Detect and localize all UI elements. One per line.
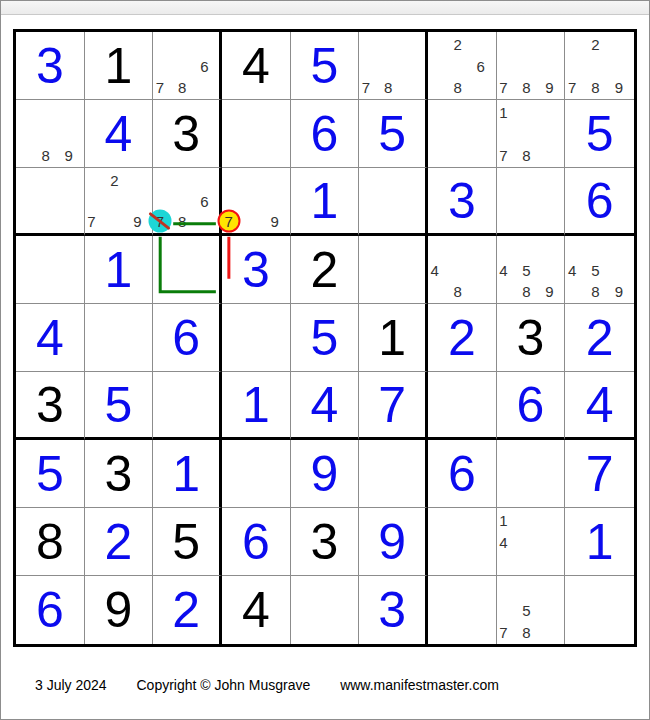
cell-r1c6[interactable]: 78 xyxy=(359,32,428,100)
cell-r9c3[interactable]: 2 xyxy=(153,576,222,644)
candidate-digit: 2 xyxy=(454,37,462,52)
candidate-digit: 7 xyxy=(499,624,507,639)
cell-r2c1[interactable]: 89 xyxy=(16,100,85,168)
candidate-digit: 7 xyxy=(568,79,576,94)
candidate-digit: 7 xyxy=(156,79,164,94)
solved-digit: 9 xyxy=(359,508,425,575)
solved-digit: 5 xyxy=(16,440,84,507)
sudoku-board: 3167845782687892789894365178527967879136… xyxy=(13,29,637,647)
candidate-digit: 4 xyxy=(499,534,507,549)
given-digit: 8 xyxy=(16,508,84,575)
cell-r4c3[interactable] xyxy=(153,236,222,304)
candidate-digit: 7 xyxy=(499,147,507,162)
candidate-digit: 8 xyxy=(454,283,462,298)
cell-r4c7[interactable]: 48 xyxy=(428,236,497,304)
cell-r4c1[interactable] xyxy=(16,236,85,304)
candidate-digit: 5 xyxy=(522,603,530,618)
cell-r3c5[interactable]: 1 xyxy=(291,168,360,236)
solved-digit: 2 xyxy=(428,304,496,371)
candidate-digit: 8 xyxy=(522,147,530,162)
cell-r3c8[interactable] xyxy=(497,168,566,236)
candidate-digit: 7 xyxy=(87,214,95,229)
cell-r6c2[interactable]: 5 xyxy=(85,372,154,440)
candidate-digit: 9 xyxy=(133,214,141,229)
solved-digit: 4 xyxy=(565,372,634,437)
cell-r7c4[interactable] xyxy=(222,440,291,508)
cell-r5c9[interactable]: 2 xyxy=(565,304,634,372)
cell-r9c2[interactable]: 9 xyxy=(85,576,154,644)
cell-r9c4[interactable]: 4 xyxy=(222,576,291,644)
cell-r3c4[interactable]: 79 xyxy=(222,168,291,236)
cell-r7c9[interactable]: 7 xyxy=(565,440,634,508)
cell-r6c8[interactable]: 6 xyxy=(497,372,566,440)
given-digit: 1 xyxy=(85,32,153,99)
cell-r5c7[interactable]: 2 xyxy=(428,304,497,372)
solved-digit: 6 xyxy=(222,508,290,575)
candidate-digit: 6 xyxy=(200,58,208,73)
cell-r4c4[interactable]: 3 xyxy=(222,236,291,304)
cell-r9c5[interactable] xyxy=(291,576,360,644)
solved-digit: 4 xyxy=(16,304,84,371)
candidate-digit: 8 xyxy=(454,79,462,94)
solved-digit: 5 xyxy=(85,372,153,437)
solved-digit: 3 xyxy=(222,236,290,303)
given-digit: 4 xyxy=(222,32,290,99)
cell-r5c5[interactable]: 5 xyxy=(291,304,360,372)
solved-digit: 5 xyxy=(565,100,634,167)
cell-r4c5[interactable]: 2 xyxy=(291,236,360,304)
cell-r2c6[interactable]: 5 xyxy=(359,100,428,168)
cell-r2c9[interactable]: 5 xyxy=(565,100,634,168)
cell-r6c4[interactable]: 1 xyxy=(222,372,291,440)
candidate-digit: 9 xyxy=(615,283,623,298)
given-digit: 4 xyxy=(222,576,290,644)
given-digit: 3 xyxy=(153,100,219,167)
cell-r1c2[interactable]: 1 xyxy=(85,32,154,100)
candidate-digit: 8 xyxy=(178,79,186,94)
cell-r8c7[interactable] xyxy=(428,508,497,576)
solved-digit: 1 xyxy=(222,372,290,437)
eliminated-candidate-circle: 7 xyxy=(148,210,171,233)
cell-r8c6[interactable]: 9 xyxy=(359,508,428,576)
solved-digit: 4 xyxy=(85,100,153,167)
footer-date: 3 July 2024 xyxy=(35,677,107,693)
solved-digit: 1 xyxy=(565,508,634,575)
cell-r7c8[interactable] xyxy=(497,440,566,508)
candidate-digit: 9 xyxy=(545,79,553,94)
cell-r3c6[interactable] xyxy=(359,168,428,236)
candidate-digit: 9 xyxy=(271,214,279,229)
given-digit: 3 xyxy=(16,372,84,437)
candidate-digit: 7 xyxy=(362,79,370,94)
given-digit: 3 xyxy=(291,508,359,575)
cell-r8c5[interactable]: 3 xyxy=(291,508,360,576)
candidate-digit: 4 xyxy=(431,262,439,277)
footer: 3 July 2024 Copyright © John Musgrave ww… xyxy=(35,677,525,693)
candidate-digit: 7 xyxy=(499,79,507,94)
cell-r1c8[interactable]: 789 xyxy=(497,32,566,100)
cell-r1c7[interactable]: 268 xyxy=(428,32,497,100)
cell-r1c4[interactable]: 4 xyxy=(222,32,291,100)
candidate-digit: 6 xyxy=(477,58,485,73)
solved-digit: 1 xyxy=(153,440,219,507)
solved-digit: 5 xyxy=(291,304,359,371)
solved-digit: 1 xyxy=(291,168,359,233)
candidate-digit: 2 xyxy=(110,172,118,187)
cell-r7c3[interactable]: 1 xyxy=(153,440,222,508)
cell-r5c8[interactable]: 3 xyxy=(497,304,566,372)
cell-r6c7[interactable] xyxy=(428,372,497,440)
solved-digit: 6 xyxy=(565,168,634,233)
solved-digit: 3 xyxy=(359,576,425,644)
cell-r7c7[interactable]: 6 xyxy=(428,440,497,508)
candidate-digit: 5 xyxy=(522,262,530,277)
candidate-digit: 8 xyxy=(522,79,530,94)
solved-digit: 6 xyxy=(153,304,219,371)
cell-r8c1[interactable]: 8 xyxy=(16,508,85,576)
cell-r9c7[interactable] xyxy=(428,576,497,644)
cell-r8c2[interactable]: 2 xyxy=(85,508,154,576)
solved-digit: 6 xyxy=(16,576,84,644)
cell-r1c5[interactable]: 5 xyxy=(291,32,360,100)
cell-r8c9[interactable]: 1 xyxy=(565,508,634,576)
solved-digit xyxy=(565,576,634,644)
candidate-digit: 1 xyxy=(499,513,507,528)
cell-r5c1[interactable]: 4 xyxy=(16,304,85,372)
candidate-digit: 2 xyxy=(591,37,599,52)
cell-r5c6[interactable]: 1 xyxy=(359,304,428,372)
candidate-digit: 9 xyxy=(545,283,553,298)
solved-digit: 2 xyxy=(85,508,153,575)
footer-copyright: Copyright © John Musgrave xyxy=(137,677,311,693)
cell-r6c5[interactable]: 4 xyxy=(291,372,360,440)
solved-digit: 4 xyxy=(291,372,359,437)
solved-digit: 3 xyxy=(428,168,496,233)
cell-r7c1[interactable]: 5 xyxy=(16,440,85,508)
cell-r9c1[interactable]: 6 xyxy=(16,576,85,644)
cell-r2c3[interactable]: 3 xyxy=(153,100,222,168)
candidate-digit: 8 xyxy=(42,147,50,162)
cell-r1c1[interactable]: 3 xyxy=(16,32,85,100)
given-digit: 5 xyxy=(153,508,219,575)
cell-r7c6[interactable] xyxy=(359,440,428,508)
solved-digit: 2 xyxy=(565,304,634,371)
solved-digit: 2 xyxy=(153,576,219,644)
given-digit: 3 xyxy=(497,304,565,371)
cell-r6c9[interactable]: 4 xyxy=(565,372,634,440)
candidate-digit: 8 xyxy=(384,79,392,94)
cell-r3c3[interactable]: 678 xyxy=(153,168,222,236)
solved-digit: 6 xyxy=(291,100,359,167)
cell-r8c3[interactable]: 5 xyxy=(153,508,222,576)
cell-r1c9[interactable]: 2789 xyxy=(565,32,634,100)
cell-r1c3[interactable]: 678 xyxy=(153,32,222,100)
cell-r3c9[interactable]: 6 xyxy=(565,168,634,236)
cell-r3c1[interactable] xyxy=(16,168,85,236)
candidate-digit: 8 xyxy=(522,283,530,298)
solved-digit: 7 xyxy=(359,372,425,437)
cell-r5c3[interactable]: 6 xyxy=(153,304,222,372)
cell-r3c7[interactable]: 3 xyxy=(428,168,497,236)
candidate-digit: 8 xyxy=(591,283,599,298)
given-digit: 9 xyxy=(85,576,153,644)
cell-r9c8[interactable]: 578 xyxy=(497,576,566,644)
cell-r7c2[interactable]: 3 xyxy=(85,440,154,508)
cell-r2c7[interactable] xyxy=(428,100,497,168)
candidate-digit: 9 xyxy=(65,147,73,162)
cell-r8c8[interactable]: 14 xyxy=(497,508,566,576)
solved-digit: 9 xyxy=(291,440,359,507)
candidate-digit: 6 xyxy=(200,193,208,208)
cell-r6c6[interactable]: 7 xyxy=(359,372,428,440)
candidate-digit: 9 xyxy=(615,79,623,94)
solved-digit: 5 xyxy=(359,100,425,167)
solved-digit: 6 xyxy=(428,440,496,507)
candidate-digit: 8 xyxy=(522,624,530,639)
candidate-digit: 8 xyxy=(591,79,599,94)
cell-r9c6[interactable]: 3 xyxy=(359,576,428,644)
given-digit: 1 xyxy=(359,304,425,371)
sudoku-grid: 3167845782687892789894365178527967879136… xyxy=(16,32,634,644)
cell-r9c9[interactable] xyxy=(565,576,634,644)
cell-r5c2[interactable] xyxy=(85,304,154,372)
candidate-digit: 8 xyxy=(178,214,186,229)
chain-node-circle: 7 xyxy=(217,210,240,233)
candidate-digit: 5 xyxy=(591,262,599,277)
given-digit: 2 xyxy=(291,236,359,303)
solved-digit: 7 xyxy=(565,440,634,507)
cell-r4c8[interactable]: 4589 xyxy=(497,236,566,304)
cell-r6c3[interactable] xyxy=(153,372,222,440)
solved-digit: 1 xyxy=(85,236,153,303)
cell-r3c2[interactable]: 279 xyxy=(85,168,154,236)
candidate-digit: 1 xyxy=(499,105,507,120)
page: 3167845782687892789894365178527967879136… xyxy=(0,0,650,720)
cell-r7c5[interactable]: 9 xyxy=(291,440,360,508)
solved-digit: 3 xyxy=(16,32,84,99)
cell-r4c2[interactable]: 1 xyxy=(85,236,154,304)
given-digit: 3 xyxy=(85,440,153,507)
cell-r2c2[interactable]: 4 xyxy=(85,100,154,168)
solved-digit: 6 xyxy=(497,372,565,437)
cell-r2c5[interactable]: 6 xyxy=(291,100,360,168)
cell-r5c4[interactable] xyxy=(222,304,291,372)
cell-r4c6[interactable] xyxy=(359,236,428,304)
cell-r2c4[interactable] xyxy=(222,100,291,168)
cell-r6c1[interactable]: 3 xyxy=(16,372,85,440)
cell-r2c8[interactable]: 178 xyxy=(497,100,566,168)
candidate-digit: 4 xyxy=(568,262,576,277)
solved-digit: 5 xyxy=(291,32,359,99)
cell-r4c9[interactable]: 4589 xyxy=(565,236,634,304)
candidate-digit: 4 xyxy=(499,262,507,277)
footer-website[interactable]: www.manifestmaster.com xyxy=(340,677,499,693)
cell-r8c4[interactable]: 6 xyxy=(222,508,291,576)
window-top-strip xyxy=(1,1,649,15)
